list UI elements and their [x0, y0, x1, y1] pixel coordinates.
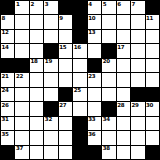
- cell-r6c6[interactable]: [73, 73, 86, 86]
- cell-r5c4[interactable]: 19: [44, 59, 57, 72]
- cell-r6c1[interactable]: 21: [1, 73, 14, 86]
- black-cell-r4c4: [44, 44, 57, 57]
- cell-r3c9[interactable]: [117, 30, 130, 43]
- cell-r2c3[interactable]: [30, 15, 43, 28]
- black-cell-r1c11: [146, 1, 159, 14]
- clue-number-4: 4: [88, 1, 92, 7]
- clue-number-23: 23: [88, 73, 95, 79]
- clue-number-17: 17: [117, 44, 124, 50]
- clue-number-13: 13: [88, 29, 95, 35]
- cell-r11c5[interactable]: [59, 146, 72, 159]
- cell-r1c2[interactable]: 1: [15, 1, 28, 14]
- cell-r7c4[interactable]: [44, 88, 57, 101]
- black-cell-r5c2: [15, 59, 28, 72]
- black-cell-r7c11: [146, 88, 159, 101]
- cell-r4c6[interactable]: 16: [73, 44, 86, 57]
- cell-r9c5[interactable]: [59, 117, 72, 130]
- cell-r11c2[interactable]: 37: [15, 146, 28, 159]
- clue-number-10: 10: [88, 15, 95, 21]
- cell-r10c7[interactable]: 36: [88, 131, 101, 144]
- clue-number-12: 12: [2, 29, 9, 35]
- black-cell-r1c1: [1, 1, 14, 14]
- cell-r10c3[interactable]: [30, 131, 43, 144]
- cell-r3c10[interactable]: [131, 30, 144, 43]
- clue-number-9: 9: [59, 15, 63, 21]
- cell-r8c10[interactable]: 29: [131, 102, 144, 115]
- cell-r6c5[interactable]: [59, 73, 72, 86]
- cell-r8c2[interactable]: [15, 102, 28, 115]
- clue-number-19: 19: [45, 58, 52, 64]
- cell-r6c4[interactable]: [44, 73, 57, 86]
- black-cell-r11c6: [73, 146, 86, 159]
- cell-r9c3[interactable]: [30, 117, 43, 130]
- black-cell-r11c1: [1, 146, 14, 159]
- cell-r5c3[interactable]: 18: [30, 59, 43, 72]
- clue-number-30: 30: [146, 102, 153, 108]
- cell-r4c2[interactable]: [15, 44, 28, 57]
- cell-r10c2[interactable]: [15, 131, 28, 144]
- cell-r4c9[interactable]: 17: [117, 44, 130, 57]
- clue-number-1: 1: [16, 1, 20, 7]
- cell-r2c7[interactable]: 10: [88, 15, 101, 28]
- cell-r3c7[interactable]: 13: [88, 30, 101, 43]
- cell-r10c8[interactable]: [102, 131, 115, 144]
- cell-r5c11[interactable]: [146, 59, 159, 72]
- black-cell-r1c5: [59, 1, 72, 14]
- black-cell-r9c6: [73, 117, 86, 130]
- cell-r10c9[interactable]: [117, 131, 130, 144]
- cell-r9c1[interactable]: 31: [1, 117, 14, 130]
- clue-number-2: 2: [30, 1, 34, 7]
- cell-r8c3[interactable]: [30, 102, 43, 115]
- black-cell-r10c6: [73, 131, 86, 144]
- cell-r11c4[interactable]: [44, 146, 57, 159]
- cell-r8c9[interactable]: 28: [117, 102, 130, 115]
- black-cell-r7c5: [59, 88, 72, 101]
- cell-r1c8[interactable]: 5: [102, 1, 115, 14]
- cell-r4c1[interactable]: 14: [1, 44, 14, 57]
- cell-r2c5[interactable]: 9: [59, 15, 72, 28]
- cell-r3c2[interactable]: [15, 30, 28, 43]
- clue-number-24: 24: [2, 87, 9, 93]
- cell-r2c2[interactable]: [15, 15, 28, 28]
- cell-r7c1[interactable]: 24: [1, 88, 14, 101]
- clue-number-8: 8: [2, 15, 6, 21]
- clue-number-7: 7: [132, 1, 136, 7]
- black-cell-r5c1: [1, 59, 14, 72]
- clue-number-14: 14: [2, 44, 9, 50]
- clue-number-18: 18: [30, 58, 37, 64]
- cell-r9c4[interactable]: 32: [44, 117, 57, 130]
- black-cell-r1c6: [73, 1, 86, 14]
- clue-number-15: 15: [59, 44, 66, 50]
- cell-r2c9[interactable]: [117, 15, 130, 28]
- cell-r8c1[interactable]: 26: [1, 102, 14, 115]
- cell-r5c8[interactable]: 20: [102, 59, 115, 72]
- black-cell-r11c11: [146, 146, 159, 159]
- cell-r7c8[interactable]: [102, 88, 115, 101]
- cell-r2c11[interactable]: 11: [146, 15, 159, 28]
- clue-number-3: 3: [45, 1, 49, 7]
- cell-r3c3[interactable]: [30, 30, 43, 43]
- clue-number-27: 27: [59, 102, 66, 108]
- cell-r7c3[interactable]: [30, 88, 43, 101]
- cell-r10c10[interactable]: [131, 131, 144, 144]
- cell-r2c10[interactable]: [131, 15, 144, 28]
- cell-r4c11[interactable]: [146, 44, 159, 57]
- clue-number-26: 26: [2, 102, 9, 108]
- cell-r10c5[interactable]: [59, 131, 72, 144]
- clue-number-33: 33: [88, 116, 95, 122]
- cell-r1c9[interactable]: 6: [117, 1, 130, 14]
- clue-number-36: 36: [88, 131, 95, 137]
- clue-number-25: 25: [74, 87, 81, 93]
- cell-r3c1[interactable]: 12: [1, 30, 14, 43]
- clue-number-31: 31: [2, 116, 9, 122]
- cell-r6c11[interactable]: [146, 73, 159, 86]
- cell-r9c11[interactable]: [146, 117, 159, 130]
- cell-r7c6[interactable]: 25: [73, 88, 86, 101]
- cell-r11c8[interactable]: 38: [102, 146, 115, 159]
- cell-r3c4[interactable]: [44, 30, 57, 43]
- black-cell-r4c8: [102, 44, 115, 57]
- cell-r9c10[interactable]: [131, 117, 144, 130]
- cell-r1c10[interactable]: 7: [131, 1, 144, 14]
- cell-r4c10[interactable]: [131, 44, 144, 57]
- black-cell-r7c10: [131, 88, 144, 101]
- cell-r8c7[interactable]: [88, 102, 101, 115]
- cell-r3c5[interactable]: [59, 30, 72, 43]
- cell-r4c7[interactable]: [88, 44, 101, 57]
- cell-r7c2[interactable]: [15, 88, 28, 101]
- cell-r4c5[interactable]: 15: [59, 44, 72, 57]
- cell-r8c6[interactable]: [73, 102, 86, 115]
- cell-r5c6[interactable]: [73, 59, 86, 72]
- cell-r6c8[interactable]: [102, 73, 115, 86]
- cell-r4c3[interactable]: [30, 44, 43, 57]
- black-cell-r11c7: [88, 146, 101, 159]
- clue-number-16: 16: [74, 44, 81, 50]
- cell-r10c11[interactable]: [146, 131, 159, 144]
- cell-r5c10[interactable]: [131, 59, 144, 72]
- cell-r6c10[interactable]: [131, 73, 144, 86]
- clue-number-37: 37: [16, 145, 23, 151]
- cell-r9c9[interactable]: [117, 117, 130, 130]
- clue-number-11: 11: [146, 15, 153, 21]
- cell-r6c3[interactable]: [30, 73, 43, 86]
- cell-r1c4[interactable]: 3: [44, 1, 57, 14]
- cell-r7c7[interactable]: [88, 88, 101, 101]
- cell-r6c7[interactable]: 23: [88, 73, 101, 86]
- cell-r7c9[interactable]: [117, 88, 130, 101]
- clue-number-35: 35: [2, 131, 9, 137]
- cell-r3c8[interactable]: [102, 30, 115, 43]
- cell-r2c1[interactable]: 8: [1, 15, 14, 28]
- cell-r11c10[interactable]: [131, 146, 144, 159]
- black-cell-r8c4: [44, 102, 57, 115]
- cell-r6c9[interactable]: [117, 73, 130, 86]
- cell-r1c3[interactable]: 2: [30, 1, 43, 14]
- clue-number-32: 32: [45, 116, 52, 122]
- black-cell-r2c6: [73, 15, 86, 28]
- cell-r6c2[interactable]: 22: [15, 73, 28, 86]
- crossword-board: 1234567891011121314151617181920212223242…: [0, 0, 160, 160]
- clue-number-29: 29: [132, 102, 139, 108]
- cell-r10c1[interactable]: 35: [1, 131, 14, 144]
- clue-number-28: 28: [117, 102, 124, 108]
- clue-number-5: 5: [103, 1, 107, 7]
- clue-number-38: 38: [103, 145, 110, 151]
- clue-number-21: 21: [2, 73, 9, 79]
- cell-r10c4[interactable]: [44, 131, 57, 144]
- clue-number-6: 6: [117, 1, 121, 7]
- cell-r9c7[interactable]: 33: [88, 117, 101, 130]
- cell-r3c11[interactable]: [146, 30, 159, 43]
- cell-r9c8[interactable]: 34: [102, 117, 115, 130]
- cell-r8c11[interactable]: 30: [146, 102, 159, 115]
- cell-r5c5[interactable]: [59, 59, 72, 72]
- cell-r11c9[interactable]: [117, 146, 130, 159]
- black-cell-r5c7: [88, 59, 101, 72]
- cell-r2c8[interactable]: [102, 15, 115, 28]
- cell-r11c3[interactable]: [30, 146, 43, 159]
- clue-number-22: 22: [16, 73, 23, 79]
- cell-r1c7[interactable]: 4: [88, 1, 101, 14]
- black-cell-r8c8: [102, 102, 115, 115]
- clue-number-20: 20: [103, 58, 110, 64]
- clue-number-34: 34: [103, 116, 110, 122]
- cell-r5c9[interactable]: [117, 59, 130, 72]
- cell-r9c2[interactable]: [15, 117, 28, 130]
- cell-r2c4[interactable]: [44, 15, 57, 28]
- black-cell-r3c6: [73, 30, 86, 43]
- cell-r8c5[interactable]: 27: [59, 102, 72, 115]
